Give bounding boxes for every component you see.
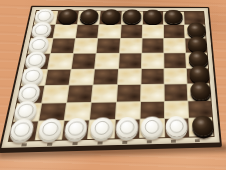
square-d3[interactable] bbox=[92, 85, 117, 102]
white-piece-d1[interactable] bbox=[90, 117, 114, 138]
square-f6[interactable] bbox=[142, 39, 163, 53]
square-e5[interactable] bbox=[119, 53, 141, 68]
square-g6[interactable] bbox=[164, 39, 185, 53]
scene bbox=[0, 0, 226, 170]
square-h3[interactable] bbox=[187, 84, 210, 100]
square-c5[interactable] bbox=[72, 54, 96, 69]
square-e7[interactable] bbox=[120, 25, 141, 38]
square-b1[interactable] bbox=[36, 121, 64, 140]
square-b3[interactable] bbox=[42, 86, 68, 103]
square-b4[interactable] bbox=[45, 69, 71, 85]
square-e4[interactable] bbox=[118, 69, 141, 85]
square-d1[interactable] bbox=[88, 120, 114, 139]
square-g5[interactable] bbox=[164, 53, 186, 68]
square-f3[interactable] bbox=[141, 85, 164, 101]
square-e8[interactable] bbox=[121, 11, 142, 24]
black-piece-g8[interactable] bbox=[165, 10, 183, 25]
square-g4[interactable] bbox=[164, 68, 186, 83]
black-piece-f8[interactable] bbox=[144, 9, 162, 24]
square-d8[interactable] bbox=[100, 11, 122, 24]
checkers-board bbox=[0, 6, 222, 153]
black-piece-h1[interactable] bbox=[192, 116, 214, 137]
white-piece-a2[interactable] bbox=[12, 101, 38, 122]
square-f4[interactable] bbox=[141, 69, 163, 85]
square-g1[interactable] bbox=[165, 119, 189, 137]
square-f7[interactable] bbox=[142, 25, 163, 38]
square-e3[interactable] bbox=[117, 85, 141, 102]
board-frame bbox=[0, 6, 222, 153]
square-g7[interactable] bbox=[164, 25, 185, 38]
white-piece-e1[interactable] bbox=[115, 117, 138, 138]
square-b5[interactable] bbox=[48, 54, 73, 69]
black-piece-h3[interactable] bbox=[190, 81, 211, 100]
square-b6[interactable] bbox=[51, 39, 75, 53]
square-h1[interactable] bbox=[189, 118, 214, 136]
black-piece-e8[interactable] bbox=[122, 9, 141, 24]
square-b7[interactable] bbox=[54, 24, 77, 38]
square-g3[interactable] bbox=[164, 84, 187, 100]
board-grid bbox=[8, 10, 215, 142]
square-c8[interactable] bbox=[78, 11, 100, 24]
white-piece-a1[interactable] bbox=[8, 119, 35, 141]
square-d4[interactable] bbox=[94, 69, 118, 85]
square-e1[interactable] bbox=[114, 120, 139, 139]
square-c3[interactable] bbox=[67, 85, 92, 102]
white-piece-a4[interactable] bbox=[20, 67, 45, 85]
square-d5[interactable] bbox=[95, 53, 118, 68]
black-piece-c8[interactable] bbox=[79, 9, 99, 24]
white-piece-f1[interactable] bbox=[141, 116, 163, 137]
white-piece-c1[interactable] bbox=[64, 118, 89, 139]
black-piece-b8[interactable] bbox=[57, 9, 78, 24]
square-f8[interactable] bbox=[143, 11, 163, 24]
square-d7[interactable] bbox=[98, 25, 120, 38]
square-a1[interactable] bbox=[9, 122, 38, 141]
square-c1[interactable] bbox=[62, 121, 89, 140]
square-c6[interactable] bbox=[74, 39, 97, 53]
square-f5[interactable] bbox=[141, 53, 163, 68]
square-b8[interactable] bbox=[56, 11, 79, 24]
square-g8[interactable] bbox=[164, 12, 184, 25]
white-piece-g1[interactable] bbox=[166, 116, 188, 137]
square-c7[interactable] bbox=[76, 25, 99, 38]
square-c4[interactable] bbox=[70, 69, 95, 85]
white-piece-b1[interactable] bbox=[37, 118, 63, 140]
white-piece-a3[interactable] bbox=[16, 83, 41, 102]
square-d6[interactable] bbox=[97, 39, 120, 53]
black-piece-d8[interactable] bbox=[101, 9, 121, 24]
square-e6[interactable] bbox=[120, 39, 142, 53]
square-f1[interactable] bbox=[140, 119, 164, 137]
